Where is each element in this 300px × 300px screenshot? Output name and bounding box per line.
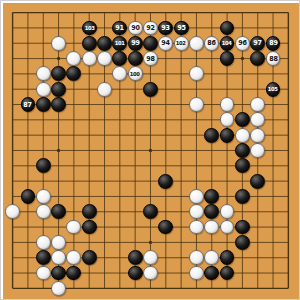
white-stone[interactable]: [51, 235, 66, 250]
white-stone[interactable]: [189, 189, 204, 204]
black-stone[interactable]: [143, 36, 158, 51]
numbered-black-stone[interactable]: 87: [21, 97, 36, 112]
black-stone[interactable]: [235, 112, 250, 127]
move-number: 99: [131, 40, 139, 46]
move-number: 94: [162, 40, 170, 46]
move-number: 86: [208, 40, 216, 46]
white-stone[interactable]: [189, 36, 204, 51]
white-stone[interactable]: [51, 36, 66, 51]
move-number: 104: [222, 41, 232, 46]
numbered-black-stone[interactable]: 95: [174, 21, 189, 36]
numbered-white-stone[interactable]: 90: [128, 21, 143, 36]
numbered-white-stone[interactable]: 92: [143, 21, 158, 36]
black-stone[interactable]: [204, 189, 219, 204]
black-stone[interactable]: [204, 128, 219, 143]
black-stone[interactable]: [82, 204, 97, 219]
black-stone[interactable]: [128, 51, 143, 66]
black-stone[interactable]: [51, 97, 66, 112]
white-stone[interactable]: [36, 235, 51, 250]
white-stone[interactable]: [51, 250, 66, 265]
move-number: 98: [146, 55, 154, 61]
move-number: 100: [130, 71, 140, 76]
black-stone[interactable]: [82, 36, 97, 51]
star-point: [57, 149, 60, 152]
white-stone[interactable]: [250, 143, 265, 158]
white-stone[interactable]: [36, 204, 51, 219]
white-stone[interactable]: [82, 51, 97, 66]
black-stone[interactable]: [36, 97, 51, 112]
black-stone[interactable]: [128, 266, 143, 281]
white-stone[interactable]: [189, 266, 204, 281]
white-stone[interactable]: [97, 51, 112, 66]
move-number: 87: [24, 101, 32, 107]
black-stone[interactable]: [21, 189, 36, 204]
numbered-black-stone[interactable]: 105: [266, 82, 281, 97]
move-number: 102: [176, 41, 186, 46]
star-point: [241, 57, 244, 60]
white-stone[interactable]: [250, 128, 265, 143]
white-stone[interactable]: [189, 97, 204, 112]
white-stone[interactable]: [189, 66, 204, 81]
go-board[interactable]: 1039190929395101999410286104969789988810…: [3, 3, 299, 299]
move-number: 93: [162, 25, 170, 31]
black-stone[interactable]: [235, 220, 250, 235]
move-number: 95: [177, 25, 185, 31]
black-stone[interactable]: [220, 128, 235, 143]
diagram-frame: 1039190929395101999410286104969789988810…: [0, 0, 300, 300]
move-number: 97: [254, 40, 262, 46]
numbered-black-stone[interactable]: 103: [82, 21, 97, 36]
white-stone[interactable]: [189, 250, 204, 265]
black-stone[interactable]: [235, 235, 250, 250]
black-stone[interactable]: [235, 189, 250, 204]
white-stone[interactable]: [97, 82, 112, 97]
black-stone[interactable]: [235, 143, 250, 158]
star-point: [57, 57, 60, 60]
black-stone[interactable]: [36, 250, 51, 265]
numbered-white-stone[interactable]: 86: [204, 36, 219, 51]
white-stone[interactable]: [51, 281, 66, 296]
move-number: 101: [115, 41, 125, 46]
black-stone[interactable]: [235, 158, 250, 173]
star-point: [149, 149, 152, 152]
black-stone[interactable]: [250, 51, 265, 66]
white-stone[interactable]: [143, 250, 158, 265]
move-number: 92: [146, 25, 154, 31]
move-number: 89: [269, 40, 277, 46]
numbered-black-stone[interactable]: 101: [112, 36, 127, 51]
move-number: 91: [116, 25, 124, 31]
black-stone[interactable]: [51, 82, 66, 97]
move-number: 88: [269, 55, 277, 61]
white-stone[interactable]: [250, 97, 265, 112]
move-number: 105: [268, 87, 278, 92]
black-stone[interactable]: [250, 174, 265, 189]
black-stone[interactable]: [82, 250, 97, 265]
black-stone[interactable]: [143, 82, 158, 97]
numbered-white-stone[interactable]: 96: [235, 36, 250, 51]
white-stone[interactable]: [36, 189, 51, 204]
move-number: 103: [84, 25, 94, 30]
black-stone[interactable]: [128, 250, 143, 265]
white-stone[interactable]: [143, 266, 158, 281]
numbered-white-stone[interactable]: 98: [143, 51, 158, 66]
numbered-black-stone[interactable]: 104: [220, 36, 235, 51]
numbered-black-stone[interactable]: 97: [250, 36, 265, 51]
black-stone[interactable]: [158, 174, 173, 189]
black-stone[interactable]: [51, 204, 66, 219]
black-stone[interactable]: [82, 220, 97, 235]
star-point: [149, 241, 152, 244]
black-stone[interactable]: [143, 204, 158, 219]
white-stone[interactable]: [36, 266, 51, 281]
white-stone[interactable]: [36, 66, 51, 81]
numbered-white-stone[interactable]: 100: [128, 66, 143, 81]
numbered-black-stone[interactable]: 89: [266, 36, 281, 51]
white-stone[interactable]: [189, 204, 204, 219]
white-stone[interactable]: [36, 82, 51, 97]
numbered-black-stone[interactable]: 99: [128, 36, 143, 51]
black-stone[interactable]: [36, 158, 51, 173]
numbered-white-stone[interactable]: 94: [158, 36, 173, 51]
white-stone[interactable]: [189, 220, 204, 235]
move-number: 90: [131, 25, 139, 31]
numbered-white-stone[interactable]: 102: [174, 36, 189, 51]
move-number: 96: [238, 40, 246, 46]
black-stone[interactable]: [97, 36, 112, 51]
white-stone[interactable]: [235, 128, 250, 143]
